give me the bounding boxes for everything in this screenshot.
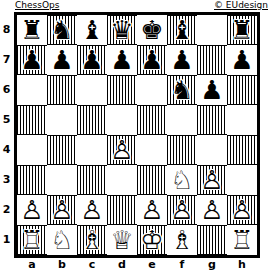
black-pawn[interactable]: ♟ xyxy=(47,45,77,75)
file-label-b: b xyxy=(47,259,77,270)
square-c3[interactable] xyxy=(77,165,107,195)
rank-label-5: 5 xyxy=(0,105,13,135)
square-c5[interactable] xyxy=(77,105,107,135)
black-bishop[interactable]: ♝ xyxy=(167,15,197,45)
square-f8[interactable]: ♝ xyxy=(167,15,197,45)
file-label-e: e xyxy=(137,259,167,270)
square-g2[interactable]: ♙ xyxy=(197,195,227,225)
white-knight[interactable]: ♘ xyxy=(167,165,197,195)
square-a2[interactable]: ♙ xyxy=(17,195,47,225)
square-e6[interactable] xyxy=(137,75,167,105)
file-label-c: c xyxy=(77,259,107,270)
square-a5[interactable] xyxy=(17,105,47,135)
file-label-f: f xyxy=(167,259,197,270)
square-g1[interactable] xyxy=(197,225,227,255)
square-b2[interactable]: ♙ xyxy=(47,195,77,225)
black-knight[interactable]: ♞ xyxy=(47,15,77,45)
black-pawn[interactable]: ♟ xyxy=(77,45,107,75)
square-b6[interactable] xyxy=(47,75,77,105)
square-h4[interactable] xyxy=(227,135,257,165)
white-knight[interactable]: ♘ xyxy=(47,225,77,255)
square-f6[interactable]: ♞ xyxy=(167,75,197,105)
square-a3[interactable] xyxy=(17,165,47,195)
white-pawn[interactable]: ♙ xyxy=(47,195,77,225)
square-h1[interactable]: ♖ xyxy=(227,225,257,255)
square-e8[interactable]: ♚ xyxy=(137,15,167,45)
square-f2[interactable]: ♙ xyxy=(167,195,197,225)
white-pawn[interactable]: ♙ xyxy=(197,165,227,195)
square-a4[interactable] xyxy=(17,135,47,165)
square-f7[interactable]: ♟ xyxy=(167,45,197,75)
square-d7[interactable]: ♟ xyxy=(107,45,137,75)
white-bishop[interactable]: ♗ xyxy=(167,225,197,255)
square-h2[interactable]: ♙ xyxy=(227,195,257,225)
white-pawn[interactable]: ♙ xyxy=(227,195,257,225)
square-d3[interactable] xyxy=(107,165,137,195)
black-pawn[interactable]: ♟ xyxy=(167,45,197,75)
square-f5[interactable] xyxy=(167,105,197,135)
square-h7[interactable]: ♟ xyxy=(227,45,257,75)
square-e2[interactable]: ♙ xyxy=(137,195,167,225)
square-a1[interactable]: ♖ xyxy=(17,225,47,255)
square-g4[interactable] xyxy=(197,135,227,165)
white-pawn[interactable]: ♙ xyxy=(167,195,197,225)
square-d8[interactable]: ♛ xyxy=(107,15,137,45)
black-knight[interactable]: ♞ xyxy=(167,75,197,105)
rank-label-4: 4 xyxy=(0,135,13,165)
white-king[interactable]: ♔ xyxy=(137,225,167,255)
white-pawn[interactable]: ♙ xyxy=(17,195,47,225)
square-d4[interactable]: ♙ xyxy=(107,135,137,165)
black-pawn[interactable]: ♟ xyxy=(107,45,137,75)
square-g3[interactable]: ♙ xyxy=(197,165,227,195)
square-a8[interactable]: ♜ xyxy=(17,15,47,45)
chess-board: ♜♞♝♛♚♝♜♟♟♟♟♟♟♟♞♟♙♘♙♙♙♙♙♙♙♙♖♘♗♕♔♗♖ xyxy=(14,12,260,258)
app-title: ChessOps xyxy=(15,0,59,10)
square-b1[interactable]: ♘ xyxy=(47,225,77,255)
square-d2[interactable] xyxy=(107,195,137,225)
square-e7[interactable]: ♟ xyxy=(137,45,167,75)
black-pawn[interactable]: ♟ xyxy=(17,45,47,75)
black-queen[interactable]: ♛ xyxy=(107,15,137,45)
square-b4[interactable] xyxy=(47,135,77,165)
white-queen[interactable]: ♕ xyxy=(107,225,137,255)
square-a6[interactable] xyxy=(17,75,47,105)
black-rook[interactable]: ♜ xyxy=(17,15,47,45)
white-bishop[interactable]: ♗ xyxy=(77,225,107,255)
square-e3[interactable] xyxy=(137,165,167,195)
square-h8[interactable]: ♜ xyxy=(227,15,257,45)
square-h3[interactable] xyxy=(227,165,257,195)
rank-label-3: 3 xyxy=(0,165,13,195)
black-bishop[interactable]: ♝ xyxy=(77,15,107,45)
black-rook[interactable]: ♜ xyxy=(227,15,257,45)
file-label-h: h xyxy=(227,259,257,270)
square-e5[interactable] xyxy=(137,105,167,135)
square-g6[interactable]: ♟ xyxy=(197,75,227,105)
square-b8[interactable]: ♞ xyxy=(47,15,77,45)
square-g5[interactable] xyxy=(197,105,227,135)
white-rook[interactable]: ♖ xyxy=(17,225,47,255)
square-f1[interactable]: ♗ xyxy=(167,225,197,255)
square-g8[interactable] xyxy=(197,15,227,45)
rank-label-8: 8 xyxy=(0,15,13,45)
square-c4[interactable] xyxy=(77,135,107,165)
square-e4[interactable] xyxy=(137,135,167,165)
square-b3[interactable] xyxy=(47,165,77,195)
square-b7[interactable]: ♟ xyxy=(47,45,77,75)
white-rook[interactable]: ♖ xyxy=(227,225,257,255)
square-c6[interactable] xyxy=(77,75,107,105)
square-d6[interactable] xyxy=(107,75,137,105)
square-d1[interactable]: ♕ xyxy=(107,225,137,255)
square-d5[interactable] xyxy=(107,105,137,135)
square-h5[interactable] xyxy=(227,105,257,135)
credit-label: © EUdesign xyxy=(214,0,268,10)
black-king[interactable]: ♚ xyxy=(137,15,167,45)
square-f4[interactable] xyxy=(167,135,197,165)
square-h6[interactable] xyxy=(227,75,257,105)
file-label-a: a xyxy=(17,259,47,270)
rank-label-7: 7 xyxy=(0,45,13,75)
file-label-d: d xyxy=(107,259,137,270)
square-c2[interactable]: ♙ xyxy=(77,195,107,225)
rank-label-2: 2 xyxy=(0,195,13,225)
chessops-window: ChessOps © EUdesign ♜♞♝♛♚♝♜♟♟♟♟♟♟♟♞♟♙♘♙♙… xyxy=(0,0,270,270)
file-label-g: g xyxy=(197,259,227,270)
rank-label-1: 1 xyxy=(0,225,13,255)
black-pawn[interactable]: ♟ xyxy=(227,45,257,75)
white-pawn[interactable]: ♙ xyxy=(107,135,137,165)
black-pawn[interactable]: ♟ xyxy=(137,45,167,75)
square-c7[interactable]: ♟ xyxy=(77,45,107,75)
rank-label-6: 6 xyxy=(0,75,13,105)
black-pawn[interactable]: ♟ xyxy=(197,75,227,105)
white-pawn[interactable]: ♙ xyxy=(77,195,107,225)
square-c8[interactable]: ♝ xyxy=(77,15,107,45)
white-pawn[interactable]: ♙ xyxy=(197,195,227,225)
square-c1[interactable]: ♗ xyxy=(77,225,107,255)
square-a7[interactable]: ♟ xyxy=(17,45,47,75)
square-b5[interactable] xyxy=(47,105,77,135)
square-e1[interactable]: ♔ xyxy=(137,225,167,255)
white-pawn[interactable]: ♙ xyxy=(137,195,167,225)
square-f3[interactable]: ♘ xyxy=(167,165,197,195)
square-g7[interactable] xyxy=(197,45,227,75)
